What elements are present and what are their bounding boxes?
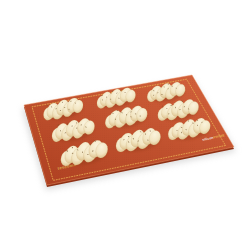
cookie-seed: [76, 122, 77, 123]
cookie-seed: [166, 108, 167, 109]
cookie-seed: [161, 94, 162, 95]
product-photo: tescoma siliconPRIME: [0, 0, 250, 250]
cookie-seed: [82, 151, 83, 153]
cookie-seed: [102, 99, 103, 100]
cookie-seed: [176, 130, 177, 131]
cookie-seed: [170, 105, 171, 106]
product-photo-canvas: tescoma siliconPRIME: [0, 0, 250, 250]
